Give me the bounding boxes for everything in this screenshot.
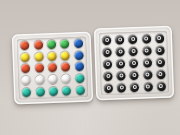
peg-black-r4c3[interactable] [130,70,139,79]
socket [128,45,139,56]
socket [154,44,165,55]
peg-black-r4c1[interactable] [103,71,112,80]
white-ring-mark [159,72,163,76]
socket [61,85,72,96]
socket [129,81,140,92]
socket [46,51,57,62]
socket [47,74,58,85]
peg-black-r2c3[interactable] [129,46,138,55]
socket [33,63,44,74]
white-ring-mark [119,61,123,65]
white-ring-mark [132,61,136,65]
white-ring-mark [158,60,162,64]
socket [20,75,31,86]
peg-white-r4c3[interactable] [48,75,57,84]
socket [155,56,166,67]
socket [102,70,113,81]
peg-teal-r5c5[interactable] [75,85,84,94]
white-ring-mark [105,38,109,42]
socket [60,62,71,73]
white-ring-mark [144,36,148,40]
peg-red-r3c2[interactable] [34,64,43,73]
white-ring-mark [131,49,135,53]
peg-blue-r1c5[interactable] [74,39,83,48]
white-ring-mark [105,50,109,54]
peg-black-r1c5[interactable] [155,33,164,42]
socket [33,51,44,62]
white-ring-mark [119,73,123,77]
socket [156,80,167,91]
peg-red-r1c1[interactable] [20,41,29,50]
socket [115,46,126,57]
left-tray [12,32,94,105]
socket [59,39,70,50]
white-ring-mark [146,72,150,76]
peg-teal-r5c3[interactable] [49,87,58,96]
peg-yellow-r2c4[interactable] [61,51,70,60]
peg-black-r5c2[interactable] [117,83,126,92]
socket [21,86,32,97]
peg-black-r3c3[interactable] [129,58,138,67]
socket [142,81,153,92]
socket [73,50,84,61]
white-ring-mark [106,74,110,78]
white-ring-mark [120,85,124,89]
socket [155,68,166,79]
socket [127,33,138,44]
socket [154,32,165,43]
peg-yellow-r2c1[interactable] [21,53,30,62]
peg-black-r5c3[interactable] [130,82,139,91]
white-ring-mark [106,62,110,66]
socket [34,74,45,85]
socket [115,58,126,69]
peg-black-r3c4[interactable] [143,58,152,67]
socket [47,62,58,73]
white-ring-mark [133,85,137,89]
peg-red-r3c3[interactable] [48,63,57,72]
peg-green-r1c4[interactable] [60,40,69,49]
peg-black-r3c5[interactable] [156,57,165,66]
socket [128,57,139,68]
socket [101,34,112,45]
socket [74,84,85,95]
peg-black-r2c5[interactable] [155,45,164,54]
peg-black-r1c3[interactable] [128,34,137,43]
peg-blue-r2c5[interactable] [74,51,83,60]
left-tray-board [18,38,87,99]
peg-black-r5c5[interactable] [157,81,166,90]
white-ring-mark [159,84,163,88]
peg-blue-r3c5[interactable] [75,62,84,71]
socket [142,69,153,80]
peg-black-r3c2[interactable] [116,59,125,68]
white-ring-mark [132,73,136,77]
peg-black-r3c1[interactable] [103,59,112,68]
peg-teal-r5c4[interactable] [62,86,71,95]
socket [116,70,127,81]
peg-black-r4c2[interactable] [117,71,126,80]
white-ring-mark [146,84,150,88]
peg-black-r1c1[interactable] [102,35,111,44]
white-ring-mark [131,37,135,41]
white-ring-mark [118,37,122,41]
peg-black-r1c2[interactable] [115,35,124,44]
socket [103,82,114,93]
socket [20,63,31,74]
socket [33,40,44,51]
peg-red-r1c2[interactable] [34,41,43,50]
white-ring-mark [158,48,162,52]
white-ring-mark [106,86,110,90]
socket [61,73,72,84]
right-tray [94,26,174,101]
peg-white-r4c4[interactable] [62,74,71,83]
peg-black-r2c4[interactable] [142,46,151,55]
white-ring-mark [145,48,149,52]
peg-black-r4c4[interactable] [143,70,152,79]
peg-teal-r4c5[interactable] [75,74,84,83]
socket [74,61,85,72]
peg-green-r1c3[interactable] [47,40,56,49]
peg-red-r3c4[interactable] [61,63,70,72]
peg-white-r4c2[interactable] [35,75,44,84]
socket [74,73,85,84]
peg-black-r5c4[interactable] [143,82,152,91]
peg-red-r3c1[interactable] [21,64,30,73]
peg-black-r5c1[interactable] [104,83,113,92]
socket [19,40,30,51]
socket [141,45,152,56]
socket [46,39,57,50]
right-tray-board [100,32,168,94]
peg-yellow-r2c2[interactable] [34,52,43,61]
peg-teal-r5c2[interactable] [35,87,44,96]
peg-white-r4c1[interactable] [21,76,30,85]
white-ring-mark [145,60,149,64]
socket [116,82,127,93]
socket [20,52,31,63]
socket [73,38,84,49]
peg-black-r2c2[interactable] [116,47,125,56]
peg-teal-r5c1[interactable] [22,88,31,97]
socket [48,85,59,96]
peg-black-r1c4[interactable] [142,34,151,43]
socket [129,69,140,80]
socket [114,34,125,45]
socket [141,33,152,44]
socket [102,58,113,69]
socket [34,86,45,97]
white-ring-mark [118,49,122,53]
table-surface [0,0,180,135]
peg-yellow-r2c3[interactable] [47,52,56,61]
peg-black-r4c5[interactable] [156,69,165,78]
peg-black-r2c1[interactable] [103,47,112,56]
socket [60,50,71,61]
socket [141,57,152,68]
socket [102,46,113,57]
white-ring-mark [157,36,161,40]
